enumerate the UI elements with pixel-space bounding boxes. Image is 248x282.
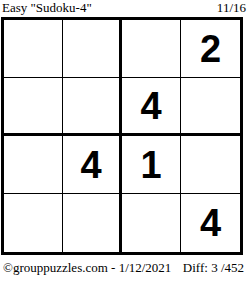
- cell-r2c4[interactable]: [181, 78, 240, 136]
- cell-r3c1[interactable]: [4, 136, 63, 194]
- puzzle-page: Easy "Sudoku-4" 11/16 2 4 4 1 4 ©grouppu…: [0, 0, 248, 282]
- cell-r1c4[interactable]: 2: [181, 20, 240, 78]
- difficulty-text: Diff: 3 /452: [183, 260, 244, 275]
- cell-r1c2[interactable]: [63, 20, 122, 78]
- footer: ©grouppuzzles.com - 1/12/2021 Diff: 3 /4…: [0, 260, 248, 275]
- cell-r3c2[interactable]: 4: [63, 136, 122, 194]
- cell-r3c4[interactable]: [181, 136, 240, 194]
- cell-r1c1[interactable]: [4, 20, 63, 78]
- cell-r2c2[interactable]: [63, 78, 122, 136]
- cell-r4c1[interactable]: [4, 194, 63, 252]
- cell-r4c2[interactable]: [63, 194, 122, 252]
- cell-r4c4[interactable]: 4: [181, 194, 240, 252]
- copyright-text: ©grouppuzzles.com - 1/12/2021: [3, 260, 171, 275]
- cell-r2c3[interactable]: 4: [122, 78, 181, 136]
- cell-r2c1[interactable]: [4, 78, 63, 136]
- cell-r3c3[interactable]: 1: [122, 136, 181, 194]
- page-indicator: 11/16: [217, 1, 246, 15]
- cell-r4c3[interactable]: [122, 194, 181, 252]
- sudoku-board: 2 4 4 1 4: [1, 17, 243, 255]
- cell-r1c3[interactable]: [122, 20, 181, 78]
- header: Easy "Sudoku-4" 11/16: [0, 0, 248, 16]
- page-title: Easy "Sudoku-4": [2, 1, 92, 15]
